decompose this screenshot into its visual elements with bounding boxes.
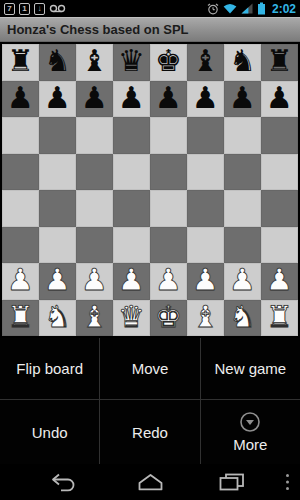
square-d2[interactable]: ♟ (113, 263, 150, 300)
white-pawn: ♟ (7, 265, 34, 295)
square-c3[interactable] (76, 227, 113, 264)
white-pawn: ♟ (192, 265, 219, 295)
chess-board: ♜♞♝♛♚♝♞♜♟♟♟♟♟♟♟♟♟♟♟♟♟♟♟♟♜♞♝♛♚♝♞♜ (0, 42, 300, 338)
white-bishop: ♝ (192, 302, 219, 332)
square-g7[interactable]: ♟ (224, 81, 261, 118)
square-h8[interactable]: ♜ (261, 44, 298, 81)
black-rook: ♜ (266, 46, 293, 76)
square-g1[interactable]: ♞ (224, 300, 261, 337)
black-queen: ♛ (118, 46, 145, 76)
square-b8[interactable]: ♞ (39, 44, 76, 81)
more-expand-icon (239, 411, 261, 433)
square-b3[interactable] (39, 227, 76, 264)
square-f3[interactable] (187, 227, 224, 264)
signal-icon (241, 3, 253, 14)
square-c8[interactable]: ♝ (76, 44, 113, 81)
overflow-menu-icon[interactable] (285, 473, 290, 491)
new-game-label: New game (214, 360, 286, 377)
square-h1[interactable]: ♜ (261, 300, 298, 337)
black-pawn: ♟ (81, 83, 108, 113)
square-b1[interactable]: ♞ (39, 300, 76, 337)
battery-icon (257, 2, 266, 15)
black-pawn: ♟ (44, 83, 71, 113)
white-rook: ♜ (266, 302, 293, 332)
white-pawn: ♟ (155, 265, 182, 295)
white-knight: ♞ (44, 302, 71, 332)
wifi-icon (223, 3, 237, 14)
square-b4[interactable] (39, 190, 76, 227)
move-label: Move (132, 360, 169, 377)
white-pawn: ♟ (44, 265, 71, 295)
home-icon[interactable] (137, 474, 164, 491)
square-a2[interactable]: ♟ (2, 263, 39, 300)
square-e3[interactable] (150, 227, 187, 264)
black-pawn: ♟ (7, 83, 34, 113)
square-h4[interactable] (261, 190, 298, 227)
square-f4[interactable] (187, 190, 224, 227)
square-g5[interactable] (224, 154, 261, 191)
square-d6[interactable] (113, 117, 150, 154)
square-e4[interactable] (150, 190, 187, 227)
square-d8[interactable]: ♛ (113, 44, 150, 81)
square-b6[interactable] (39, 117, 76, 154)
square-a4[interactable] (2, 190, 39, 227)
flip-board-label: Flip board (16, 360, 83, 377)
square-e5[interactable] (150, 154, 187, 191)
page-title: Honza's Chess based on SPL (7, 22, 189, 37)
square-c1[interactable]: ♝ (76, 300, 113, 337)
square-h6[interactable] (261, 117, 298, 154)
black-pawn: ♟ (118, 83, 145, 113)
status-bar: 7 1 ↓ (0, 0, 300, 17)
square-e2[interactable]: ♟ (150, 263, 187, 300)
square-b5[interactable] (39, 154, 76, 191)
square-f6[interactable] (187, 117, 224, 154)
square-c4[interactable] (76, 190, 113, 227)
white-rook: ♜ (7, 302, 34, 332)
black-pawn: ♟ (192, 83, 219, 113)
square-g3[interactable] (224, 227, 261, 264)
square-c7[interactable]: ♟ (76, 81, 113, 118)
white-king: ♚ (155, 302, 182, 332)
black-knight: ♞ (229, 46, 256, 76)
more-button[interactable]: More (201, 400, 300, 464)
black-bishop: ♝ (81, 46, 108, 76)
white-knight: ♞ (229, 302, 256, 332)
black-pawn: ♟ (266, 83, 293, 113)
new-game-button[interactable]: New game (201, 338, 300, 399)
phone-screen: 7 1 ↓ (0, 0, 300, 500)
square-a3[interactable] (2, 227, 39, 264)
count-notification-icon: 1 (19, 3, 30, 15)
square-f7[interactable]: ♟ (187, 81, 224, 118)
square-f8[interactable]: ♝ (187, 44, 224, 81)
back-icon[interactable] (50, 473, 77, 492)
square-e8[interactable]: ♚ (150, 44, 187, 81)
square-b2[interactable]: ♟ (39, 263, 76, 300)
title-bar: Honza's Chess based on SPL (0, 17, 300, 42)
square-h5[interactable] (261, 154, 298, 191)
square-f5[interactable] (187, 154, 224, 191)
square-d5[interactable] (113, 154, 150, 191)
flip-board-button[interactable]: Flip board (0, 338, 99, 399)
black-knight: ♞ (44, 46, 71, 76)
more-label: More (233, 436, 267, 453)
square-g2[interactable]: ♟ (224, 263, 261, 300)
square-c6[interactable] (76, 117, 113, 154)
alarm-icon (207, 3, 219, 15)
navigation-bar (0, 464, 300, 500)
status-bar-notifications: 7 1 ↓ (4, 3, 66, 15)
square-h2[interactable]: ♟ (261, 263, 298, 300)
square-g4[interactable] (224, 190, 261, 227)
square-e1[interactable]: ♚ (150, 300, 187, 337)
move-button[interactable]: Move (100, 338, 199, 399)
black-king: ♚ (155, 46, 182, 76)
black-rook: ♜ (7, 46, 34, 76)
black-pawn: ♟ (229, 83, 256, 113)
redo-button[interactable]: Redo (100, 400, 199, 464)
status-bar-system: 2:02 (207, 2, 296, 16)
black-bishop: ♝ (192, 46, 219, 76)
square-a6[interactable] (2, 117, 39, 154)
square-b7[interactable]: ♟ (39, 81, 76, 118)
square-f2[interactable]: ♟ (187, 263, 224, 300)
square-h7[interactable]: ♟ (261, 81, 298, 118)
recents-icon[interactable] (219, 473, 245, 491)
square-g6[interactable] (224, 117, 261, 154)
square-a8[interactable]: ♜ (2, 44, 39, 81)
calendar-notification-icon: 7 (4, 3, 15, 15)
undo-label: Undo (32, 424, 68, 441)
download-icon: ↓ (34, 3, 45, 15)
square-d7[interactable]: ♟ (113, 81, 150, 118)
square-d4[interactable] (113, 190, 150, 227)
square-e7[interactable]: ♟ (150, 81, 187, 118)
square-e6[interactable] (150, 117, 187, 154)
square-f1[interactable]: ♝ (187, 300, 224, 337)
game-menu: Flip board Move New game Undo Redo More (0, 338, 300, 464)
square-d3[interactable] (113, 227, 150, 264)
voicemail-icon (49, 4, 66, 14)
white-pawn: ♟ (266, 265, 293, 295)
square-d1[interactable]: ♛ (113, 300, 150, 337)
redo-label: Redo (132, 424, 168, 441)
square-a1[interactable]: ♜ (2, 300, 39, 337)
clock-time: 2:02 (272, 2, 296, 16)
undo-button[interactable]: Undo (0, 400, 99, 464)
square-c2[interactable]: ♟ (76, 263, 113, 300)
white-pawn: ♟ (118, 265, 145, 295)
white-pawn: ♟ (81, 265, 108, 295)
white-queen: ♛ (118, 302, 145, 332)
white-bishop: ♝ (81, 302, 108, 332)
white-pawn: ♟ (229, 265, 256, 295)
square-h3[interactable] (261, 227, 298, 264)
black-pawn: ♟ (155, 83, 182, 113)
square-g8[interactable]: ♞ (224, 44, 261, 81)
square-a7[interactable]: ♟ (2, 81, 39, 118)
square-a5[interactable] (2, 154, 39, 191)
square-c5[interactable] (76, 154, 113, 191)
